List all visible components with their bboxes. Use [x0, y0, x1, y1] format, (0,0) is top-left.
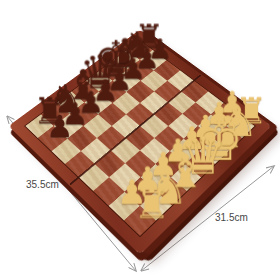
white-rook: ♜: [133, 184, 156, 225]
product-photo-scene: 35.5cm 31.5cm ♜♞♝♛♚♝♞♜♟♟♟♟♟♟♟♟♟♟♟♟♟♟♟♟♜♞…: [0, 0, 280, 280]
black-pawn: ♟: [46, 111, 67, 142]
bottom-dimension-label: 31.5cm: [215, 212, 248, 223]
left-dimension-label: 35.5cm: [26, 179, 59, 190]
